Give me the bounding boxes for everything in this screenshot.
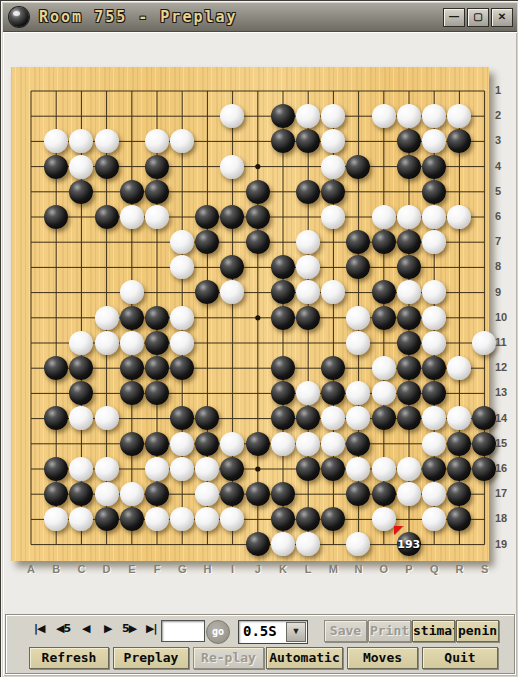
intersection-E13[interactable]	[119, 381, 144, 406]
stone-black-P11[interactable]	[397, 331, 421, 355]
stone-black-P4[interactable]	[397, 155, 421, 179]
intersection-L19[interactable]	[295, 532, 320, 557]
intersection-O16[interactable]	[371, 456, 396, 481]
intersection-I13[interactable]	[220, 381, 245, 406]
intersection-L7[interactable]	[295, 230, 320, 255]
stone-white-G7[interactable]	[170, 230, 194, 254]
intersection-C4[interactable]	[69, 154, 94, 179]
intersection-E9[interactable]	[119, 280, 144, 305]
intersection-G18[interactable]	[170, 507, 195, 532]
intersection-I18[interactable]	[220, 507, 245, 532]
stone-black-H7[interactable]	[195, 230, 219, 254]
intersection-Q16[interactable]	[421, 456, 446, 481]
intersection-C2[interactable]	[69, 104, 94, 129]
intersection-I11[interactable]	[220, 330, 245, 355]
intersection-B11[interactable]	[44, 330, 69, 355]
intersection-C6[interactable]	[69, 204, 94, 229]
intersection-F12[interactable]	[144, 355, 169, 380]
intersection-H15[interactable]	[195, 431, 220, 456]
intersection-Q7[interactable]	[421, 230, 446, 255]
intersection-J2[interactable]	[245, 104, 270, 129]
intersection-K18[interactable]	[270, 507, 295, 532]
intersection-Q17[interactable]	[421, 481, 446, 506]
stone-white-I2[interactable]	[220, 104, 244, 128]
intersection-P16[interactable]	[396, 456, 421, 481]
intersection-O3[interactable]	[371, 129, 396, 154]
last-move-button[interactable]: ▶|	[146, 622, 156, 635]
stone-black-C13[interactable]	[69, 381, 93, 405]
intersection-R17[interactable]	[447, 481, 472, 506]
stone-black-E15[interactable]	[120, 432, 144, 456]
intersection-E7[interactable]	[119, 230, 144, 255]
intersection-P4[interactable]	[396, 154, 421, 179]
intersection-S18[interactable]	[472, 507, 497, 532]
intersection-I15[interactable]	[220, 431, 245, 456]
stone-white-L7[interactable]	[296, 230, 320, 254]
stone-black-K14[interactable]	[271, 406, 295, 430]
intersection-P2[interactable]	[396, 104, 421, 129]
intersection-P8[interactable]	[396, 255, 421, 280]
stone-white-L15[interactable]	[296, 432, 320, 456]
stone-white-E11[interactable]	[120, 331, 144, 355]
stone-black-N8[interactable]	[346, 255, 370, 279]
intersection-G13[interactable]	[170, 381, 195, 406]
stone-black-L14[interactable]	[296, 406, 320, 430]
intersection-J3[interactable]	[245, 129, 270, 154]
stone-black-R15[interactable]	[447, 432, 471, 456]
intersection-B17[interactable]	[44, 481, 69, 506]
intersection-S17[interactable]	[472, 481, 497, 506]
intersection-L15[interactable]	[295, 431, 320, 456]
intersection-A13[interactable]	[18, 381, 43, 406]
intersection-D15[interactable]	[94, 431, 119, 456]
stone-black-F17[interactable]	[145, 482, 169, 506]
intersection-R9[interactable]	[447, 280, 472, 305]
first-move-button[interactable]: |◀	[34, 622, 44, 635]
intersection-Q19[interactable]	[421, 532, 446, 557]
intersection-H12[interactable]	[195, 355, 220, 380]
stone-black-S14[interactable]	[472, 406, 496, 430]
intersection-K2[interactable]	[270, 104, 295, 129]
intersection-G7[interactable]	[170, 230, 195, 255]
intersection-M17[interactable]	[321, 481, 346, 506]
stone-black-D6[interactable]	[95, 205, 119, 229]
stone-white-L9[interactable]	[296, 280, 320, 304]
intersection-E19[interactable]	[119, 532, 144, 557]
intersection-I16[interactable]	[220, 456, 245, 481]
stone-black-K10[interactable]	[271, 306, 295, 330]
intersection-M19[interactable]	[321, 532, 346, 557]
stone-black-B16[interactable]	[44, 457, 68, 481]
stone-black-O7[interactable]	[372, 230, 396, 254]
stone-black-C5[interactable]	[69, 180, 93, 204]
intersection-M6[interactable]	[321, 204, 346, 229]
stone-white-B3[interactable]	[44, 129, 68, 153]
moves-button[interactable]: Moves	[347, 647, 418, 669]
intersection-H19[interactable]	[195, 532, 220, 557]
intersection-O5[interactable]	[371, 179, 396, 204]
intersection-K15[interactable]	[270, 431, 295, 456]
stone-black-J5[interactable]	[246, 180, 270, 204]
intersection-N7[interactable]	[346, 230, 371, 255]
intersection-I2[interactable]	[220, 104, 245, 129]
intersection-J9[interactable]	[245, 280, 270, 305]
stone-black-N4[interactable]	[346, 155, 370, 179]
intersection-A16[interactable]	[18, 456, 43, 481]
intersection-P1[interactable]	[396, 78, 421, 103]
intersection-M14[interactable]	[321, 406, 346, 431]
stone-black-P10[interactable]	[397, 306, 421, 330]
intersection-L6[interactable]	[295, 204, 320, 229]
stone-black-E5[interactable]	[120, 180, 144, 204]
intersection-K19[interactable]	[270, 532, 295, 557]
stone-white-H18[interactable]	[195, 507, 219, 531]
intersection-O6[interactable]	[371, 204, 396, 229]
intersection-J19[interactable]	[245, 532, 270, 557]
intersection-J11[interactable]	[245, 330, 270, 355]
intersection-M5[interactable]	[321, 179, 346, 204]
intersection-I1[interactable]	[220, 78, 245, 103]
intersection-A2[interactable]	[18, 104, 43, 129]
stone-black-P14[interactable]	[397, 406, 421, 430]
stone-white-R14[interactable]	[447, 406, 471, 430]
intersection-K17[interactable]	[270, 481, 295, 506]
intersection-Q15[interactable]	[421, 431, 446, 456]
stone-black-I8[interactable]	[220, 255, 244, 279]
minimize-button[interactable]: —	[443, 8, 465, 27]
intersection-N6[interactable]	[346, 204, 371, 229]
intersection-F19[interactable]	[144, 532, 169, 557]
intersection-C3[interactable]	[69, 129, 94, 154]
intersection-O4[interactable]	[371, 154, 396, 179]
intersection-R15[interactable]	[447, 431, 472, 456]
intersection-F16[interactable]	[144, 456, 169, 481]
intersection-Q5[interactable]	[421, 179, 446, 204]
intersection-E6[interactable]	[119, 204, 144, 229]
intersection-Q13[interactable]	[421, 381, 446, 406]
intersection-F14[interactable]	[144, 406, 169, 431]
stone-black-L5[interactable]	[296, 180, 320, 204]
intersection-S3[interactable]	[472, 129, 497, 154]
intersection-M3[interactable]	[321, 129, 346, 154]
intersection-S14[interactable]	[472, 406, 497, 431]
intersection-R13[interactable]	[447, 381, 472, 406]
stone-black-P8[interactable]	[397, 255, 421, 279]
stone-black-K12[interactable]	[271, 356, 295, 380]
intersection-A14[interactable]	[18, 406, 43, 431]
intersection-O18[interactable]	[371, 507, 396, 532]
stone-white-N10[interactable]	[346, 306, 370, 330]
stone-black-Q5[interactable]	[422, 180, 446, 204]
stone-black-P7[interactable]	[397, 230, 421, 254]
intersection-F3[interactable]	[144, 129, 169, 154]
intersection-I9[interactable]	[220, 280, 245, 305]
intersection-E5[interactable]	[119, 179, 144, 204]
intersection-A17[interactable]	[18, 481, 43, 506]
stone-white-D17[interactable]	[95, 482, 119, 506]
intersection-O1[interactable]	[371, 78, 396, 103]
intersection-O11[interactable]	[371, 330, 396, 355]
intersection-H14[interactable]	[195, 406, 220, 431]
intersection-N8[interactable]	[346, 255, 371, 280]
intersection-D2[interactable]	[94, 104, 119, 129]
intersection-H1[interactable]	[195, 78, 220, 103]
stone-black-L18[interactable]	[296, 507, 320, 531]
intersection-D17[interactable]	[94, 481, 119, 506]
stone-black-M18[interactable]	[321, 507, 345, 531]
intersection-K3[interactable]	[270, 129, 295, 154]
intersection-N16[interactable]	[346, 456, 371, 481]
intersection-P13[interactable]	[396, 381, 421, 406]
stone-black-I16[interactable]	[220, 457, 244, 481]
intersection-F15[interactable]	[144, 431, 169, 456]
intersection-S9[interactable]	[472, 280, 497, 305]
stone-black-R3[interactable]	[447, 129, 471, 153]
intersection-S8[interactable]	[472, 255, 497, 280]
intersection-O15[interactable]	[371, 431, 396, 456]
intersection-H10[interactable]	[195, 305, 220, 330]
intersection-H11[interactable]	[195, 330, 220, 355]
refresh-button[interactable]: Refresh	[29, 647, 109, 669]
stone-black-D4[interactable]	[95, 155, 119, 179]
intersection-D8[interactable]	[94, 255, 119, 280]
re-play-button[interactable]: Re-play	[193, 647, 264, 669]
stone-white-M15[interactable]	[321, 432, 345, 456]
intersection-M18[interactable]	[321, 507, 346, 532]
stone-black-I17[interactable]	[220, 482, 244, 506]
intersection-D19[interactable]	[94, 532, 119, 557]
intersection-A10[interactable]	[18, 305, 43, 330]
intersection-L14[interactable]	[295, 406, 320, 431]
intersection-C9[interactable]	[69, 280, 94, 305]
stone-black-K13[interactable]	[271, 381, 295, 405]
intersection-K16[interactable]	[270, 456, 295, 481]
intersection-H6[interactable]	[195, 204, 220, 229]
intersection-P11[interactable]	[396, 330, 421, 355]
intersection-L11[interactable]	[295, 330, 320, 355]
intersection-G4[interactable]	[170, 154, 195, 179]
stone-white-S11[interactable]	[472, 331, 496, 355]
stone-black-F15[interactable]	[145, 432, 169, 456]
intersection-S13[interactable]	[472, 381, 497, 406]
intersection-O12[interactable]	[371, 355, 396, 380]
intersection-R2[interactable]	[447, 104, 472, 129]
intersection-B18[interactable]	[44, 507, 69, 532]
intersection-F6[interactable]	[144, 204, 169, 229]
intersection-R16[interactable]	[447, 456, 472, 481]
intersection-C5[interactable]	[69, 179, 94, 204]
stone-white-I4[interactable]	[220, 155, 244, 179]
intersection-C15[interactable]	[69, 431, 94, 456]
intersection-K13[interactable]	[270, 381, 295, 406]
back-5-button[interactable]: ◀5	[56, 622, 70, 635]
intersection-Q3[interactable]	[421, 129, 446, 154]
intersection-I10[interactable]	[220, 305, 245, 330]
intersection-Q9[interactable]	[421, 280, 446, 305]
stimat-button[interactable]: stimat	[412, 620, 455, 642]
go-button[interactable]: go	[206, 620, 230, 644]
stone-black-H15[interactable]	[195, 432, 219, 456]
stone-black-D18[interactable]	[95, 507, 119, 531]
intersection-B5[interactable]	[44, 179, 69, 204]
intersection-L9[interactable]	[295, 280, 320, 305]
intersection-S2[interactable]	[472, 104, 497, 129]
stone-black-K9[interactable]	[271, 280, 295, 304]
intersection-N17[interactable]	[346, 481, 371, 506]
stone-black-E10[interactable]	[120, 306, 144, 330]
intersection-P12[interactable]	[396, 355, 421, 380]
intersection-H2[interactable]	[195, 104, 220, 129]
stone-white-N19[interactable]	[346, 532, 370, 556]
stone-white-E17[interactable]	[120, 482, 144, 506]
intersection-B4[interactable]	[44, 154, 69, 179]
stone-black-F12[interactable]	[145, 356, 169, 380]
intersection-P7[interactable]	[396, 230, 421, 255]
intersection-M7[interactable]	[321, 230, 346, 255]
intersection-L4[interactable]	[295, 154, 320, 179]
stone-black-L3[interactable]	[296, 129, 320, 153]
stone-white-I9[interactable]	[220, 280, 244, 304]
intersection-F7[interactable]	[144, 230, 169, 255]
stone-white-C14[interactable]	[69, 406, 93, 430]
intersection-F13[interactable]	[144, 381, 169, 406]
maximize-button[interactable]: ▢	[467, 8, 489, 27]
stone-white-R6[interactable]	[447, 205, 471, 229]
stone-white-Q14[interactable]	[422, 406, 446, 430]
delay-dropdown[interactable]: 0.5S ▼	[238, 620, 308, 644]
penin-button[interactable]: penin	[456, 620, 499, 642]
stone-white-C4[interactable]	[69, 155, 93, 179]
intersection-J16[interactable]	[245, 456, 270, 481]
stone-white-L19[interactable]	[296, 532, 320, 556]
stone-black-F13[interactable]	[145, 381, 169, 405]
stone-black-B4[interactable]	[44, 155, 68, 179]
stone-black-M5[interactable]	[321, 180, 345, 204]
intersection-J6[interactable]	[245, 204, 270, 229]
intersection-D18[interactable]	[94, 507, 119, 532]
stone-white-C16[interactable]	[69, 457, 93, 481]
stone-black-R17[interactable]	[447, 482, 471, 506]
intersection-D3[interactable]	[94, 129, 119, 154]
intersection-N1[interactable]	[346, 78, 371, 103]
intersection-Q14[interactable]	[421, 406, 446, 431]
stone-white-Q15[interactable]	[422, 432, 446, 456]
stone-white-G16[interactable]	[170, 457, 194, 481]
intersection-B14[interactable]	[44, 406, 69, 431]
stone-white-M3[interactable]	[321, 129, 345, 153]
stone-white-G18[interactable]	[170, 507, 194, 531]
intersection-S19[interactable]	[472, 532, 497, 557]
intersection-F10[interactable]	[144, 305, 169, 330]
stone-black-O14[interactable]	[372, 406, 396, 430]
intersection-F5[interactable]	[144, 179, 169, 204]
stone-white-G10[interactable]	[170, 306, 194, 330]
intersection-A6[interactable]	[18, 204, 43, 229]
intersection-M13[interactable]	[321, 381, 346, 406]
stone-white-L2[interactable]	[296, 104, 320, 128]
stone-black-H9[interactable]	[195, 280, 219, 304]
intersection-R12[interactable]	[447, 355, 472, 380]
intersection-S5[interactable]	[472, 179, 497, 204]
intersection-D16[interactable]	[94, 456, 119, 481]
stone-white-O18[interactable]	[372, 507, 396, 531]
intersection-H7[interactable]	[195, 230, 220, 255]
stone-black-J17[interactable]	[246, 482, 270, 506]
stone-white-N11[interactable]	[346, 331, 370, 355]
intersection-Q4[interactable]	[421, 154, 446, 179]
intersection-J1[interactable]	[245, 78, 270, 103]
intersection-A12[interactable]	[18, 355, 43, 380]
stone-white-F18[interactable]	[145, 507, 169, 531]
stone-white-I15[interactable]	[220, 432, 244, 456]
intersection-A18[interactable]	[18, 507, 43, 532]
intersection-N15[interactable]	[346, 431, 371, 456]
intersection-R6[interactable]	[447, 204, 472, 229]
intersection-H18[interactable]	[195, 507, 220, 532]
intersection-H13[interactable]	[195, 381, 220, 406]
stone-black-P19[interactable]: 193	[397, 532, 421, 556]
stone-white-R12[interactable]	[447, 356, 471, 380]
intersection-P10[interactable]	[396, 305, 421, 330]
intersection-Q8[interactable]	[421, 255, 446, 280]
intersection-E11[interactable]	[119, 330, 144, 355]
intersection-L1[interactable]	[295, 78, 320, 103]
intersection-B7[interactable]	[44, 230, 69, 255]
stone-black-R16[interactable]	[447, 457, 471, 481]
stone-white-P2[interactable]	[397, 104, 421, 128]
intersection-O14[interactable]	[371, 406, 396, 431]
print-button[interactable]: Print	[368, 620, 411, 642]
intersection-F4[interactable]	[144, 154, 169, 179]
intersection-H8[interactable]	[195, 255, 220, 280]
stone-black-K18[interactable]	[271, 507, 295, 531]
intersection-A11[interactable]	[18, 330, 43, 355]
stone-black-J7[interactable]	[246, 230, 270, 254]
stone-white-N14[interactable]	[346, 406, 370, 430]
intersection-B10[interactable]	[44, 305, 69, 330]
intersection-M10[interactable]	[321, 305, 346, 330]
intersection-E17[interactable]	[119, 481, 144, 506]
intersection-F9[interactable]	[144, 280, 169, 305]
stone-black-O9[interactable]	[372, 280, 396, 304]
intersection-I19[interactable]	[220, 532, 245, 557]
stone-white-B18[interactable]	[44, 507, 68, 531]
stone-black-O17[interactable]	[372, 482, 396, 506]
back-button[interactable]: ◀	[82, 622, 89, 635]
stone-black-O10[interactable]	[372, 306, 396, 330]
stone-black-L10[interactable]	[296, 306, 320, 330]
stone-black-M16[interactable]	[321, 457, 345, 481]
intersection-P3[interactable]	[396, 129, 421, 154]
intersection-F17[interactable]	[144, 481, 169, 506]
stone-white-E6[interactable]	[120, 205, 144, 229]
stone-black-B14[interactable]	[44, 406, 68, 430]
stone-white-O2[interactable]	[372, 104, 396, 128]
intersection-Q10[interactable]	[421, 305, 446, 330]
stone-black-G14[interactable]	[170, 406, 194, 430]
intersection-E16[interactable]	[119, 456, 144, 481]
stone-white-I18[interactable]	[220, 507, 244, 531]
intersection-F11[interactable]	[144, 330, 169, 355]
stone-white-L13[interactable]	[296, 381, 320, 405]
stone-white-O6[interactable]	[372, 205, 396, 229]
intersection-B13[interactable]	[44, 381, 69, 406]
intersection-B12[interactable]	[44, 355, 69, 380]
stone-white-M2[interactable]	[321, 104, 345, 128]
intersection-M16[interactable]	[321, 456, 346, 481]
intersection-K7[interactable]	[270, 230, 295, 255]
intersection-C16[interactable]	[69, 456, 94, 481]
